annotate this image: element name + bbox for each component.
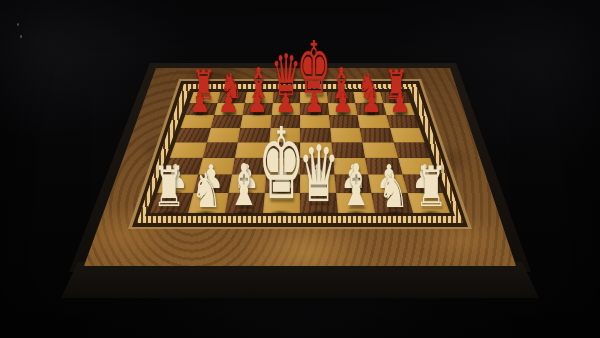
square-a1[interactable] xyxy=(150,193,193,213)
square-c7[interactable] xyxy=(243,103,273,115)
square-a7[interactable] xyxy=(185,103,217,115)
square-g4[interactable] xyxy=(362,142,397,157)
square-d5[interactable] xyxy=(269,128,300,142)
square-e1[interactable] xyxy=(300,193,338,213)
square-e5[interactable] xyxy=(300,128,331,142)
square-f4[interactable] xyxy=(331,142,365,157)
square-a3[interactable] xyxy=(164,158,203,175)
square-f6[interactable] xyxy=(329,115,360,128)
square-h7[interactable] xyxy=(383,103,415,115)
square-h5[interactable] xyxy=(390,128,425,142)
square-h4[interactable] xyxy=(393,142,430,157)
square-g2[interactable] xyxy=(368,174,407,192)
dust-speck xyxy=(17,23,19,26)
square-a6[interactable] xyxy=(180,115,213,128)
chess-board xyxy=(150,92,450,213)
square-g7[interactable] xyxy=(355,103,386,115)
square-g8[interactable] xyxy=(353,92,383,103)
square-e8[interactable] xyxy=(300,92,328,103)
square-b1[interactable] xyxy=(188,193,229,213)
square-h2[interactable] xyxy=(402,174,443,192)
square-c8[interactable] xyxy=(245,92,274,103)
square-h3[interactable] xyxy=(398,158,437,175)
square-f8[interactable] xyxy=(327,92,356,103)
square-b4[interactable] xyxy=(202,142,237,157)
square-e4[interactable] xyxy=(300,142,333,157)
square-b2[interactable] xyxy=(193,174,232,192)
square-d4[interactable] xyxy=(267,142,300,157)
square-e3[interactable] xyxy=(300,158,334,175)
square-d3[interactable] xyxy=(266,158,300,175)
square-c2[interactable] xyxy=(229,174,266,192)
square-c4[interactable] xyxy=(235,142,269,157)
square-a5[interactable] xyxy=(175,128,210,142)
square-d1[interactable] xyxy=(263,193,301,213)
square-g5[interactable] xyxy=(360,128,394,142)
square-f5[interactable] xyxy=(330,128,362,142)
square-b5[interactable] xyxy=(207,128,241,142)
square-b3[interactable] xyxy=(198,158,235,175)
square-f3[interactable] xyxy=(333,158,369,175)
square-b6[interactable] xyxy=(210,115,242,128)
square-b7[interactable] xyxy=(214,103,245,115)
photograph: ♜♞♝♛♚♝♞♜♟♟♟♟♟♟♟♟♟♟♟♟♟♟♟♟♜♞♝♚♛♝♞♜ xyxy=(0,0,600,338)
square-g6[interactable] xyxy=(357,115,389,128)
square-f1[interactable] xyxy=(336,193,375,213)
square-h8[interactable] xyxy=(380,92,411,103)
square-f2[interactable] xyxy=(334,174,371,192)
square-a2[interactable] xyxy=(157,174,198,192)
square-a8[interactable] xyxy=(189,92,220,103)
square-b8[interactable] xyxy=(217,92,247,103)
square-e7[interactable] xyxy=(300,103,329,115)
square-h6[interactable] xyxy=(386,115,419,128)
square-d6[interactable] xyxy=(270,115,300,128)
square-g1[interactable] xyxy=(371,193,412,213)
square-d8[interactable] xyxy=(272,92,300,103)
dust-speck xyxy=(20,35,22,38)
square-d2[interactable] xyxy=(264,174,300,192)
square-c1[interactable] xyxy=(225,193,264,213)
square-c5[interactable] xyxy=(238,128,270,142)
square-h1[interactable] xyxy=(407,193,450,213)
square-e2[interactable] xyxy=(300,174,336,192)
square-c3[interactable] xyxy=(232,158,268,175)
square-g3[interactable] xyxy=(365,158,402,175)
square-e6[interactable] xyxy=(300,115,330,128)
square-d7[interactable] xyxy=(271,103,300,115)
square-c6[interactable] xyxy=(240,115,271,128)
square-a4[interactable] xyxy=(170,142,207,157)
square-f7[interactable] xyxy=(328,103,358,115)
